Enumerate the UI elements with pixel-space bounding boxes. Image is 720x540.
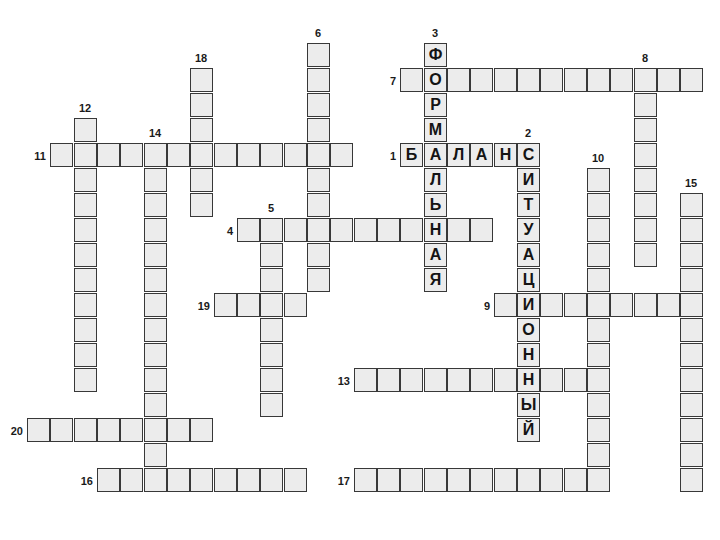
cell-r9-c12[interactable] (307, 243, 330, 267)
clue-number-18: 18 (195, 53, 207, 66)
cell-r14-c19[interactable] (470, 368, 493, 392)
cell-r14-c21[interactable]: Н (517, 368, 540, 392)
cell-r11-c22[interactable] (540, 293, 563, 317)
cell-r2-c17[interactable]: О (424, 68, 447, 92)
cell-r3-c17[interactable]: Р (424, 93, 447, 117)
cell-r2-c28[interactable] (680, 68, 703, 92)
cell-r18-c24[interactable] (587, 468, 610, 492)
cell-r11-c23[interactable] (564, 293, 587, 317)
cell-r7-c12[interactable] (307, 193, 330, 217)
cell-r8-c21[interactable]: У (517, 218, 540, 242)
cell-r5-c8[interactable] (214, 143, 237, 167)
cell-r18-c10[interactable] (260, 468, 283, 492)
cell-r13-c21[interactable]: Н (517, 343, 540, 367)
cell-r8-c12[interactable] (307, 218, 330, 242)
cell-r12-c5[interactable] (144, 318, 167, 342)
clue-number-17: 17 (338, 475, 353, 486)
cell-r3-c7[interactable] (190, 93, 213, 117)
cell-r9-c28[interactable] (680, 243, 703, 267)
cell-r2-c27[interactable] (657, 68, 680, 92)
cell-r16-c3[interactable] (97, 418, 120, 442)
cell-r6-c21[interactable]: И (517, 168, 540, 192)
cell-r12-c2[interactable] (74, 318, 97, 342)
cell-r18-c20[interactable] (494, 468, 517, 492)
clue-number-4: 4 (227, 225, 236, 236)
cell-r10-c10[interactable] (260, 268, 283, 292)
clue-number-3: 3 (432, 28, 438, 41)
cell-r6-c2[interactable] (74, 168, 97, 192)
cell-r10-c2[interactable] (74, 268, 97, 292)
cell-r7-c24[interactable] (587, 193, 610, 217)
cell-r5-c9[interactable] (237, 143, 260, 167)
cell-r9-c5[interactable] (144, 243, 167, 267)
cell-r18-c6[interactable] (167, 468, 190, 492)
cell-r7-c28[interactable] (680, 193, 703, 217)
cell-r8-c14[interactable] (354, 218, 377, 242)
cell-r9-c17[interactable]: А (424, 243, 447, 267)
cell-r14-c20[interactable] (494, 368, 517, 392)
cell-r6-c7[interactable] (190, 168, 213, 192)
cell-r18-c17[interactable] (424, 468, 447, 492)
cell-r12-c10[interactable] (260, 318, 283, 342)
cell-r18-c19[interactable] (470, 468, 493, 492)
cell-r5-c12[interactable] (307, 143, 330, 167)
clue-number-19: 19 (198, 300, 213, 311)
cell-r18-c7[interactable] (190, 468, 213, 492)
cell-r5-c5[interactable] (144, 143, 167, 167)
cell-r4-c12[interactable] (307, 118, 330, 142)
cell-r10-c21[interactable]: Ц (517, 268, 540, 292)
cell-r9-c10[interactable] (260, 243, 283, 267)
cell-r16-c28[interactable] (680, 418, 703, 442)
cell-r14-c22[interactable] (540, 368, 563, 392)
cell-r18-c18[interactable] (447, 468, 470, 492)
cell-r16-c21[interactable]: Й (517, 418, 540, 442)
cell-r15-c28[interactable] (680, 393, 703, 417)
cell-r8-c17[interactable]: Н (424, 218, 447, 242)
clue-number-16: 16 (81, 475, 96, 486)
cell-r15-c21[interactable]: Ы (517, 393, 540, 417)
cell-r5-c3[interactable] (97, 143, 120, 167)
cell-r10-c17[interactable]: Я (424, 268, 447, 292)
cell-r18-c14[interactable] (354, 468, 377, 492)
cell-r16-c2[interactable] (74, 418, 97, 442)
cell-r5-c7[interactable] (190, 143, 213, 167)
cell-r18-c11[interactable] (284, 468, 307, 492)
cell-r2-c19[interactable] (470, 68, 493, 92)
cell-r8-c5[interactable] (144, 218, 167, 242)
cell-r18-c22[interactable] (540, 468, 563, 492)
cell-r8-c11[interactable] (284, 218, 307, 242)
cell-r2-c18[interactable] (447, 68, 470, 92)
cell-r6-c17[interactable]: Л (424, 168, 447, 192)
cell-r16-c5[interactable] (144, 418, 167, 442)
cell-r14-c24[interactable] (587, 368, 610, 392)
cell-r9-c24[interactable] (587, 243, 610, 267)
cell-r14-c5[interactable] (144, 368, 167, 392)
cell-r13-c28[interactable] (680, 343, 703, 367)
cell-r13-c2[interactable] (74, 343, 97, 367)
cell-r8-c16[interactable] (400, 218, 423, 242)
cell-r9-c26[interactable] (634, 243, 657, 267)
cell-r4-c2[interactable] (74, 118, 97, 142)
cell-r3-c12[interactable] (307, 93, 330, 117)
clue-number-2: 2 (525, 128, 531, 141)
cell-r14-c28[interactable] (680, 368, 703, 392)
cell-r10-c5[interactable] (144, 268, 167, 292)
cell-r16-c6[interactable] (167, 418, 190, 442)
cell-r11-c11[interactable] (284, 293, 307, 317)
cell-r9-c21[interactable]: А (517, 243, 540, 267)
cell-r8-c28[interactable] (680, 218, 703, 242)
cell-r5-c11[interactable] (284, 143, 307, 167)
clue-number-10: 10 (592, 153, 604, 166)
cell-r8-c24[interactable] (587, 218, 610, 242)
cell-r5-c18[interactable]: Л (447, 143, 470, 167)
cell-r5-c20[interactable]: Н (494, 143, 517, 167)
cell-r7-c21[interactable]: Т (517, 193, 540, 217)
cell-r11-c9[interactable] (237, 293, 260, 317)
cell-r10-c12[interactable] (307, 268, 330, 292)
cell-r14-c10[interactable] (260, 368, 283, 392)
cell-r5-c26[interactable] (634, 143, 657, 167)
cell-r11-c24[interactable] (587, 293, 610, 317)
cell-r14-c2[interactable] (74, 368, 97, 392)
clue-number-15: 15 (685, 178, 697, 191)
cell-r8-c15[interactable] (377, 218, 400, 242)
cell-r11-c2[interactable] (74, 293, 97, 317)
cell-r5-c13[interactable] (330, 143, 353, 167)
cell-r5-c6[interactable] (167, 143, 190, 167)
cell-r16-c1[interactable] (50, 418, 73, 442)
cell-r10-c28[interactable] (680, 268, 703, 292)
cell-r12-c21[interactable]: О (517, 318, 540, 342)
clue-number-8: 8 (642, 53, 648, 66)
cell-r18-c23[interactable] (564, 468, 587, 492)
cell-r5-c16[interactable]: Б (400, 143, 423, 167)
cell-r2-c22[interactable] (540, 68, 563, 92)
cell-r18-c8[interactable] (214, 468, 237, 492)
cell-r3-c26[interactable] (634, 93, 657, 117)
cell-r15-c5[interactable] (144, 393, 167, 417)
clue-number-20: 20 (11, 425, 26, 436)
cell-r7-c17[interactable]: Ь (424, 193, 447, 217)
cell-r4-c26[interactable] (634, 118, 657, 142)
cell-r12-c28[interactable] (680, 318, 703, 342)
cell-r16-c4[interactable] (120, 418, 143, 442)
cell-r5-c10[interactable] (260, 143, 283, 167)
cell-r1-c17[interactable]: Ф (424, 43, 447, 67)
cell-r6-c12[interactable] (307, 168, 330, 192)
cell-r8-c19[interactable] (470, 218, 493, 242)
cell-r9-c2[interactable] (74, 243, 97, 267)
cell-r7-c5[interactable] (144, 193, 167, 217)
cell-r18-c21[interactable] (517, 468, 540, 492)
cell-r16-c0[interactable] (27, 418, 50, 442)
cell-r2-c26[interactable] (634, 68, 657, 92)
cell-r13-c10[interactable] (260, 343, 283, 367)
cell-r11-c5[interactable] (144, 293, 167, 317)
cell-r14-c15[interactable] (377, 368, 400, 392)
cell-r16-c24[interactable] (587, 418, 610, 442)
clue-number-5: 5 (268, 203, 274, 216)
cell-r14-c14[interactable] (354, 368, 377, 392)
clue-number-12: 12 (79, 103, 91, 116)
cell-r8-c2[interactable] (74, 218, 97, 242)
cell-r18-c5[interactable] (144, 468, 167, 492)
clue-number-7: 7 (390, 75, 399, 86)
cell-r17-c28[interactable] (680, 443, 703, 467)
cell-r8-c26[interactable] (634, 218, 657, 242)
cell-r16-c7[interactable] (190, 418, 213, 442)
cell-r13-c5[interactable] (144, 343, 167, 367)
cell-r17-c24[interactable] (587, 443, 610, 467)
crossword-board: ФОРМБАЛАНСЛИЬТНУААЯЦИОННЫЙ14791113161719… (0, 0, 720, 540)
cell-r11-c21[interactable]: И (517, 293, 540, 317)
cell-r6-c26[interactable] (634, 168, 657, 192)
cell-r14-c17[interactable] (424, 368, 447, 392)
cell-r2-c23[interactable] (564, 68, 587, 92)
clue-number-13: 13 (338, 375, 353, 386)
cell-r18-c16[interactable] (400, 468, 423, 492)
cell-r11-c27[interactable] (657, 293, 680, 317)
cell-r2-c16[interactable] (400, 68, 423, 92)
cell-r2-c21[interactable] (517, 68, 540, 92)
cell-r15-c10[interactable] (260, 393, 283, 417)
cell-r5-c4[interactable] (120, 143, 143, 167)
cell-r13-c24[interactable] (587, 343, 610, 367)
cell-r11-c10[interactable] (260, 293, 283, 317)
cell-r11-c20[interactable] (494, 293, 517, 317)
cell-r14-c16[interactable] (400, 368, 423, 392)
cell-r8-c18[interactable] (447, 218, 470, 242)
cell-r2-c20[interactable] (494, 68, 517, 92)
cell-r14-c23[interactable] (564, 368, 587, 392)
clue-number-9: 9 (484, 300, 493, 311)
cell-r1-c12[interactable] (307, 43, 330, 67)
cell-r5-c19[interactable]: А (470, 143, 493, 167)
clue-number-6: 6 (315, 28, 321, 41)
cell-r7-c2[interactable] (74, 193, 97, 217)
cell-r10-c24[interactable] (587, 268, 610, 292)
cell-r8-c10[interactable] (260, 218, 283, 242)
cell-r6-c24[interactable] (587, 168, 610, 192)
cell-r15-c24[interactable] (587, 393, 610, 417)
clue-number-14: 14 (149, 128, 161, 141)
cell-r2-c25[interactable] (610, 68, 633, 92)
cell-r7-c7[interactable] (190, 193, 213, 217)
cell-r2-c7[interactable] (190, 68, 213, 92)
cell-r11-c28[interactable] (680, 293, 703, 317)
cell-r12-c24[interactable] (587, 318, 610, 342)
cell-r18-c3[interactable] (97, 468, 120, 492)
cell-r11-c26[interactable] (634, 293, 657, 317)
cell-r18-c15[interactable] (377, 468, 400, 492)
cell-r8-c9[interactable] (237, 218, 260, 242)
cell-r5-c2[interactable] (74, 143, 97, 167)
cell-r7-c26[interactable] (634, 193, 657, 217)
cell-r2-c24[interactable] (587, 68, 610, 92)
cell-r6-c5[interactable] (144, 168, 167, 192)
cell-r11-c25[interactable] (610, 293, 633, 317)
cell-r14-c18[interactable] (447, 368, 470, 392)
cell-r17-c5[interactable] (144, 443, 167, 467)
cell-r11-c8[interactable] (214, 293, 237, 317)
cell-r5-c1[interactable] (50, 143, 73, 167)
cell-r8-c13[interactable] (330, 218, 353, 242)
clue-number-1: 1 (390, 150, 399, 161)
cell-r2-c12[interactable] (307, 68, 330, 92)
cell-r18-c28[interactable] (680, 468, 703, 492)
cell-r18-c4[interactable] (120, 468, 143, 492)
clue-number-11: 11 (34, 150, 49, 161)
cell-r5-c21[interactable]: С (517, 143, 540, 167)
cell-r18-c9[interactable] (237, 468, 260, 492)
cell-r4-c7[interactable] (190, 118, 213, 142)
cell-r4-c17[interactable]: М (424, 118, 447, 142)
cell-r5-c17[interactable]: А (424, 143, 447, 167)
